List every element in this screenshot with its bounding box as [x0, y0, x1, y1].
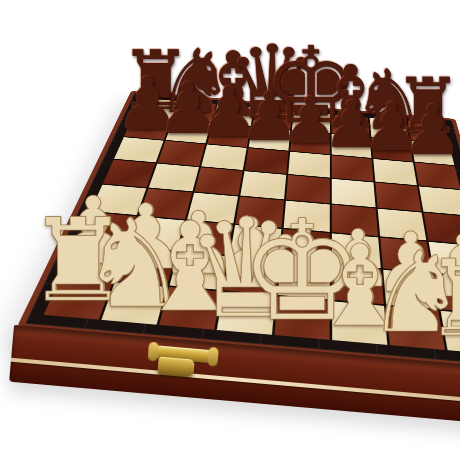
- wooden-chess-set: ♜♞♝♛♚♝♞♜♟♟♟♟♟♟♟♟♟♟♟♟♟♟♟♟♜♞♝♛♚♝♞♜: [0, 0, 460, 460]
- piece-dark-pawn-h7[interactable]: ♟: [402, 96, 460, 165]
- square-h5[interactable]: [419, 186, 460, 215]
- square-g5[interactable]: [375, 183, 421, 212]
- latch-clasp: [157, 357, 194, 378]
- piece-light-rook-h1[interactable]: ♜: [424, 247, 460, 352]
- box-inlay-stripe: [11, 358, 460, 408]
- brass-latch: [145, 340, 223, 392]
